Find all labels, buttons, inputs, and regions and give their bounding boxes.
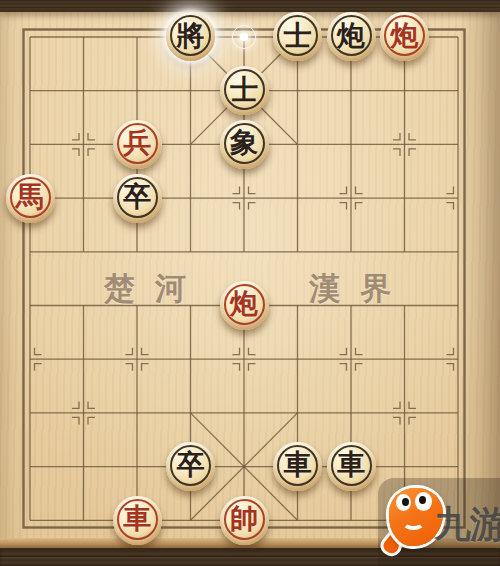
piece-black-soldier[interactable]: 卒	[166, 442, 215, 491]
piece-glyph: 炮	[391, 22, 419, 50]
piece-black-general[interactable]: 將	[166, 12, 215, 61]
piece-black-chariot[interactable]: 車	[327, 442, 376, 491]
piece-glyph: 士	[230, 76, 258, 104]
piece-glyph: 車	[337, 451, 365, 479]
piece-black-cannon[interactable]: 炮	[327, 12, 376, 61]
piece-ring: 炮	[331, 15, 372, 56]
piece-red-cannon[interactable]: 炮	[380, 12, 429, 61]
piece-glyph: 象	[230, 129, 258, 157]
piece-ring: 帥	[224, 499, 265, 540]
piece-ring: 將	[170, 15, 211, 56]
piece-ring: 兵	[117, 123, 158, 164]
piece-ring: 炮	[224, 284, 265, 325]
piece-ring: 車	[331, 445, 372, 486]
xiangqi-app-screen: 楚河 漢界 將士炮炮士兵象馬卒炮卒車車車帥 九游	[0, 0, 500, 566]
piece-red-chariot[interactable]: 車	[113, 496, 162, 545]
piece-ring: 炮	[384, 15, 425, 56]
piece-ring: 馬	[10, 177, 51, 218]
piece-ring: 卒	[170, 445, 211, 486]
piece-red-soldier[interactable]: 兵	[113, 120, 162, 169]
piece-glyph: 馬	[16, 183, 44, 211]
move-origin-dot	[240, 33, 248, 41]
piece-glyph: 帥	[230, 505, 258, 533]
piece-glyph: 兵	[123, 129, 151, 157]
piece-glyph: 卒	[177, 451, 205, 479]
piece-black-soldier[interactable]: 卒	[113, 174, 162, 223]
piece-black-advisor[interactable]: 士	[273, 12, 322, 61]
watermark-logo-text: 九游	[434, 500, 500, 550]
piece-glyph: 卒	[123, 183, 151, 211]
piece-ring: 車	[277, 445, 318, 486]
piece-ring: 象	[224, 123, 265, 164]
mascot-left-pupil	[402, 498, 409, 506]
piece-ring: 卒	[117, 177, 158, 218]
piece-glyph: 士	[284, 22, 312, 50]
piece-glyph: 車	[123, 505, 151, 533]
piece-glyph: 車	[284, 451, 312, 479]
mascot-right-pupil	[419, 496, 426, 504]
piece-red-general[interactable]: 帥	[220, 496, 269, 545]
piece-glyph: 炮	[230, 290, 258, 318]
piece-glyph: 炮	[337, 22, 365, 50]
piece-ring: 士	[224, 69, 265, 110]
piece-black-elephant[interactable]: 象	[220, 120, 269, 169]
piece-red-horse[interactable]: 馬	[6, 174, 55, 223]
piece-glyph: 將	[177, 22, 205, 50]
piece-ring: 車	[117, 499, 158, 540]
piece-red-cannon[interactable]: 炮	[220, 281, 269, 330]
mascot-right-eye	[415, 492, 432, 511]
piece-ring: 士	[277, 15, 318, 56]
mascot-left-eye	[396, 494, 411, 511]
mascot-smile	[402, 515, 425, 530]
pieces-layer: 將士炮炮士兵象馬卒炮卒車車車帥	[3, 10, 485, 547]
piece-black-advisor[interactable]: 士	[220, 66, 269, 115]
move-origin-marker	[232, 25, 256, 49]
piece-black-chariot[interactable]: 車	[273, 442, 322, 491]
